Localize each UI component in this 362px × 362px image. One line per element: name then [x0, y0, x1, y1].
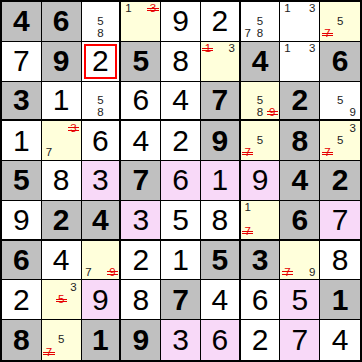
cell-r9c8[interactable]: 7: [280, 320, 320, 360]
candidates: 13: [281, 43, 318, 80]
solved-digit: 8: [53, 165, 70, 195]
candidates: 79: [281, 242, 318, 279]
given-digit: 2: [332, 165, 349, 195]
cell-r4c1[interactable]: 1: [2, 121, 42, 161]
cell-r7c7[interactable]: 3: [241, 241, 281, 281]
struck-candidate-9: 9: [266, 106, 278, 118]
cell-r8c4[interactable]: 8: [121, 280, 161, 320]
cell-r8c6[interactable]: 4: [201, 280, 241, 320]
solved-digit: 4: [53, 245, 70, 275]
cell-r7c8[interactable]: 79: [280, 241, 320, 281]
cell-r2c2[interactable]: 9: [42, 42, 82, 82]
cell-r9c5[interactable]: 3: [161, 320, 201, 360]
cell-r8c9[interactable]: 1: [320, 280, 360, 320]
candidates: 35: [43, 281, 80, 318]
cell-r4c3[interactable]: 6: [82, 121, 122, 161]
solved-digit: 1: [13, 126, 30, 156]
solved-digit: 7: [332, 205, 349, 235]
candidate-7: 7: [242, 28, 254, 40]
solved-digit: 2: [211, 6, 228, 36]
cell-r2c7[interactable]: 4: [241, 42, 281, 82]
solved-digit: 5: [172, 205, 189, 235]
cell-r5c7[interactable]: 9: [241, 161, 281, 201]
cell-r3c9[interactable]: 59: [320, 82, 360, 122]
candidates: 37: [43, 122, 80, 159]
struck-candidate-7: 7: [321, 28, 334, 40]
cell-r6c2[interactable]: 2: [42, 201, 82, 241]
struck-candidate-3: 3: [67, 122, 79, 134]
solved-digit: 8: [211, 205, 228, 235]
candidates: 57: [43, 321, 80, 359]
candidate-5: 5: [94, 94, 106, 106]
candidates: 589: [242, 83, 279, 119]
cell-r7c6[interactable]: 5: [201, 241, 241, 281]
struck-candidate-7: 7: [242, 147, 254, 159]
solved-digit: 4: [132, 126, 149, 156]
candidate-3: 3: [306, 3, 318, 15]
given-digit: 9: [53, 46, 70, 76]
given-digit: 3: [252, 245, 269, 275]
solved-digit: 9: [92, 285, 109, 315]
candidates: 13: [281, 3, 318, 40]
cell-r3c1[interactable]: 3: [2, 82, 42, 122]
struck-candidate-9: 9: [106, 266, 118, 278]
solved-digit: 9: [252, 165, 269, 195]
solved-digit: 4: [332, 325, 349, 355]
cell-r4c5[interactable]: 2: [161, 121, 201, 161]
cell-r9c6[interactable]: 6: [201, 320, 241, 360]
cell-r2c3[interactable]: 2: [82, 42, 122, 82]
sudoku-board: 4658139257813577925813413631586475892591…: [0, 0, 362, 362]
given-digit: 6: [332, 46, 349, 76]
solved-digit: 7: [291, 325, 308, 355]
struck-candidate-5: 5: [55, 294, 67, 306]
cell-r6c4[interactable]: 3: [121, 201, 161, 241]
cell-r6c3[interactable]: 4: [82, 201, 122, 241]
candidate-5: 5: [334, 135, 347, 147]
candidate-8: 8: [94, 28, 106, 40]
candidate-8: 8: [94, 106, 106, 118]
solved-digit: 2: [252, 325, 269, 355]
solved-digit: 2: [132, 245, 149, 275]
solved-digit: 6: [92, 126, 109, 156]
given-digit: 6: [291, 205, 308, 235]
cell-r7c3[interactable]: 79: [82, 241, 122, 281]
cell-r3c6[interactable]: 7: [201, 82, 241, 122]
candidates: 79: [83, 242, 119, 279]
cell-r7c1[interactable]: 6: [2, 241, 42, 281]
given-digit: 7: [211, 85, 228, 115]
solved-digit: 4: [172, 85, 189, 115]
cell-r6c8[interactable]: 6: [280, 201, 320, 241]
solved-digit: 3: [92, 165, 109, 195]
cell-r1c2[interactable]: 6: [42, 2, 82, 42]
candidate-3: 3: [346, 122, 359, 134]
cell-r7c2[interactable]: 4: [42, 241, 82, 281]
candidate-5: 5: [94, 15, 106, 27]
candidate-5: 5: [334, 15, 347, 27]
cell-r6c1[interactable]: 9: [2, 201, 42, 241]
candidate-5: 5: [254, 15, 266, 27]
cell-r8c2[interactable]: 35: [42, 280, 82, 320]
candidate-5: 5: [254, 94, 266, 106]
cell-r2c4[interactable]: 5: [121, 42, 161, 82]
given-digit: 4: [252, 46, 269, 76]
cell-r8c8[interactable]: 5: [280, 280, 320, 320]
given-digit: 4: [13, 6, 30, 36]
cell-r5c2[interactable]: 8: [42, 161, 82, 201]
struck-candidate-1: 1: [202, 43, 214, 55]
cell-r9c4[interactable]: 9: [121, 320, 161, 360]
cell-r7c5[interactable]: 1: [161, 241, 201, 281]
struck-candidate-3: 3: [147, 3, 159, 15]
cell-r4c9[interactable]: 357: [320, 121, 360, 161]
cell-r4c8[interactable]: 8: [280, 121, 320, 161]
given-digit: 5: [211, 245, 228, 275]
candidates: 13: [122, 3, 159, 40]
solved-digit: 2: [13, 285, 30, 315]
cell-r1c3[interactable]: 58: [82, 2, 122, 42]
cell-r9c1[interactable]: 8: [2, 320, 42, 360]
solved-digit: 7: [13, 46, 30, 76]
candidates: 357: [321, 122, 359, 159]
given-digit: 2: [53, 205, 70, 235]
solved-digit: 5: [291, 285, 308, 315]
cell-r8c3[interactable]: 9: [82, 280, 122, 320]
solved-digit: 2: [92, 46, 109, 76]
candidate-8: 8: [254, 106, 266, 118]
cell-r5c5[interactable]: 6: [161, 161, 201, 201]
cell-r1c7[interactable]: 578: [241, 2, 281, 42]
cell-r1c6[interactable]: 2: [201, 2, 241, 42]
cell-r1c4[interactable]: 13: [121, 2, 161, 42]
struck-candidate-7: 7: [242, 226, 254, 238]
candidate-5: 5: [254, 135, 266, 147]
cell-r4c6[interactable]: 9: [201, 121, 241, 161]
given-digit: 1: [92, 325, 109, 355]
given-digit: 8: [291, 126, 308, 156]
cell-r3c3[interactable]: 58: [82, 82, 122, 122]
solved-digit: 3: [172, 325, 189, 355]
solved-digit: 6: [172, 165, 189, 195]
cell-r6c6[interactable]: 8: [201, 201, 241, 241]
candidate-3: 3: [226, 43, 238, 55]
cell-r1c5[interactable]: 9: [161, 2, 201, 42]
candidate-5: 5: [55, 334, 67, 347]
candidate-1: 1: [281, 3, 293, 15]
cell-r3c7[interactable]: 589: [241, 82, 281, 122]
solved-digit: 9: [172, 6, 189, 36]
cell-r7c9[interactable]: 8: [320, 241, 360, 281]
solved-digit: 1: [53, 85, 70, 115]
cell-r9c3[interactable]: 1: [82, 320, 122, 360]
given-digit: 6: [13, 245, 30, 275]
solved-digit: 9: [13, 205, 30, 235]
cell-r6c9[interactable]: 7: [320, 201, 360, 241]
candidate-1: 1: [281, 43, 293, 55]
candidates: 57: [242, 122, 279, 159]
given-digit: 8: [13, 325, 30, 355]
cell-r3c2[interactable]: 1: [42, 82, 82, 122]
cell-r5c9[interactable]: 2: [320, 161, 360, 201]
given-digit: 6: [53, 6, 70, 36]
cell-r6c5[interactable]: 5: [161, 201, 201, 241]
candidates: 58: [83, 3, 119, 40]
candidates: 578: [242, 3, 279, 40]
solved-digit: 6: [252, 285, 269, 315]
given-digit: 3: [13, 85, 30, 115]
candidate-7: 7: [43, 147, 55, 159]
given-digit: 5: [13, 165, 30, 195]
given-digit: 7: [132, 165, 149, 195]
cell-r2c6[interactable]: 13: [201, 42, 241, 82]
cell-r7c4[interactable]: 2: [121, 241, 161, 281]
cell-r4c4[interactable]: 4: [121, 121, 161, 161]
given-digit: 7: [172, 285, 189, 315]
cell-r2c1[interactable]: 7: [2, 42, 42, 82]
cell-r9c2[interactable]: 57: [42, 320, 82, 360]
candidates: 13: [202, 43, 238, 80]
cell-r3c5[interactable]: 4: [161, 82, 201, 122]
cell-r2c9[interactable]: 6: [320, 42, 360, 82]
candidate-3: 3: [306, 43, 318, 55]
given-digit: 9: [211, 126, 228, 156]
cell-r3c8[interactable]: 2: [280, 82, 320, 122]
given-digit: 4: [291, 165, 308, 195]
cell-r8c7[interactable]: 6: [241, 280, 281, 320]
solved-digit: 8: [172, 46, 189, 76]
candidate-3: 3: [67, 281, 79, 293]
cell-r5c6[interactable]: 1: [201, 161, 241, 201]
solved-digit: 6: [132, 85, 149, 115]
candidate-8: 8: [254, 28, 266, 40]
candidate-9: 9: [346, 106, 359, 118]
cell-r6c7[interactable]: 17: [241, 201, 281, 241]
solved-digit: 4: [211, 285, 228, 315]
cell-r5c8[interactable]: 4: [280, 161, 320, 201]
struck-candidate-7: 7: [281, 266, 293, 278]
cell-r9c9[interactable]: 4: [320, 320, 360, 360]
struck-candidate-7: 7: [321, 147, 334, 159]
candidate-7: 7: [83, 266, 95, 278]
cell-r3c4[interactable]: 6: [121, 82, 161, 122]
cell-r1c9[interactable]: 57: [320, 2, 360, 42]
solved-digit: 1: [211, 165, 228, 195]
candidate-5: 5: [334, 94, 347, 106]
cell-r8c1[interactable]: 2: [2, 280, 42, 320]
candidate-1: 1: [122, 3, 134, 15]
cell-r9c7[interactable]: 2: [241, 320, 281, 360]
given-digit: 9: [132, 325, 149, 355]
solved-digit: 1: [172, 245, 189, 275]
cell-r4c2[interactable]: 37: [42, 121, 82, 161]
cell-r5c4[interactable]: 7: [121, 161, 161, 201]
cell-r1c1[interactable]: 4: [2, 2, 42, 42]
solved-digit: 2: [172, 126, 189, 156]
solved-digit: 6: [211, 325, 228, 355]
candidates: 58: [83, 83, 119, 119]
cell-r5c1[interactable]: 5: [2, 161, 42, 201]
cell-r1c8[interactable]: 13: [280, 2, 320, 42]
candidates: 59: [321, 83, 359, 119]
candidate-1: 1: [242, 202, 254, 214]
cell-r4c7[interactable]: 57: [241, 121, 281, 161]
candidate-9: 9: [306, 266, 318, 278]
solved-digit: 8: [132, 285, 149, 315]
candidates: 57: [321, 3, 359, 40]
solved-digit: 3: [132, 205, 149, 235]
given-digit: 2: [291, 85, 308, 115]
struck-candidate-7: 7: [43, 346, 55, 359]
cell-r8c5[interactable]: 7: [161, 280, 201, 320]
given-digit: 4: [92, 205, 109, 235]
cell-r5c3[interactable]: 3: [82, 161, 122, 201]
given-digit: 1: [332, 285, 349, 315]
cell-r2c8[interactable]: 13: [280, 42, 320, 82]
solved-digit: 8: [332, 245, 349, 275]
given-digit: 5: [132, 46, 149, 76]
cell-r2c5[interactable]: 8: [161, 42, 201, 82]
candidates: 17: [242, 202, 279, 238]
